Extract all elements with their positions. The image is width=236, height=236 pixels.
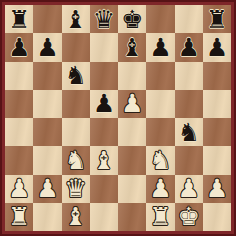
square-h5[interactable]	[203, 90, 231, 118]
square-f6[interactable]	[146, 62, 174, 90]
white-bishop: ♝	[64, 204, 86, 229]
square-d8[interactable]: ♛	[90, 5, 118, 33]
square-f2[interactable]: ♟	[146, 175, 174, 203]
square-a4[interactable]	[5, 118, 33, 146]
square-f5[interactable]	[146, 90, 174, 118]
square-d5[interactable]: ♟	[90, 90, 118, 118]
black-rook: ♜	[8, 7, 30, 32]
white-pawn: ♟	[206, 176, 228, 201]
square-e5[interactable]: ♟	[118, 90, 146, 118]
square-b6[interactable]	[33, 62, 61, 90]
white-knight: ♞	[64, 148, 86, 173]
black-pawn: ♟	[8, 35, 30, 60]
square-c4[interactable]	[62, 118, 90, 146]
square-g1[interactable]: ♚	[175, 203, 203, 231]
black-pawn: ♟	[177, 35, 199, 60]
square-d2[interactable]	[90, 175, 118, 203]
square-h2[interactable]: ♟	[203, 175, 231, 203]
square-d1[interactable]	[90, 203, 118, 231]
square-b7[interactable]: ♟	[33, 33, 61, 61]
white-knight: ♞	[149, 148, 171, 173]
square-h4[interactable]	[203, 118, 231, 146]
white-pawn: ♟	[121, 91, 143, 116]
white-pawn: ♟	[8, 176, 30, 201]
square-h3[interactable]	[203, 146, 231, 174]
square-b2[interactable]: ♟	[33, 175, 61, 203]
black-pawn: ♟	[93, 91, 115, 116]
square-e8[interactable]: ♚	[118, 5, 146, 33]
square-f1[interactable]: ♜	[146, 203, 174, 231]
square-g4[interactable]: ♞	[175, 118, 203, 146]
square-f8[interactable]	[146, 5, 174, 33]
square-d4[interactable]	[90, 118, 118, 146]
square-a3[interactable]	[5, 146, 33, 174]
black-bishop: ♝	[64, 7, 86, 32]
white-bishop: ♝	[93, 148, 115, 173]
black-rook: ♜	[206, 7, 228, 32]
square-c8[interactable]: ♝	[62, 5, 90, 33]
black-king: ♚	[121, 7, 143, 32]
square-a1[interactable]: ♜	[5, 203, 33, 231]
square-g6[interactable]	[175, 62, 203, 90]
black-pawn: ♟	[206, 35, 228, 60]
square-d3[interactable]: ♝	[90, 146, 118, 174]
square-c1[interactable]: ♝	[62, 203, 90, 231]
square-e1[interactable]	[118, 203, 146, 231]
black-knight: ♞	[177, 120, 199, 145]
square-d6[interactable]	[90, 62, 118, 90]
square-g7[interactable]: ♟	[175, 33, 203, 61]
square-g5[interactable]	[175, 90, 203, 118]
square-b1[interactable]	[33, 203, 61, 231]
white-pawn: ♟	[36, 176, 58, 201]
square-h8[interactable]: ♜	[203, 5, 231, 33]
square-e4[interactable]	[118, 118, 146, 146]
square-c7[interactable]	[62, 33, 90, 61]
square-a7[interactable]: ♟	[5, 33, 33, 61]
square-a2[interactable]: ♟	[5, 175, 33, 203]
white-rook: ♜	[8, 204, 30, 229]
square-f3[interactable]: ♞	[146, 146, 174, 174]
square-g8[interactable]	[175, 5, 203, 33]
square-h1[interactable]	[203, 203, 231, 231]
square-c3[interactable]: ♞	[62, 146, 90, 174]
square-b8[interactable]	[33, 5, 61, 33]
black-queen: ♛	[93, 7, 115, 32]
square-b5[interactable]	[33, 90, 61, 118]
square-g3[interactable]	[175, 146, 203, 174]
square-b4[interactable]	[33, 118, 61, 146]
square-c5[interactable]	[62, 90, 90, 118]
white-pawn: ♟	[149, 176, 171, 201]
black-bishop: ♝	[121, 35, 143, 60]
chess-board-frame: ♜♝♛♚♜♟♟♝♟♟♟♞♟♟♞♞♝♞♟♟♛♟♟♟♜♝♜♚	[0, 0, 236, 236]
square-c2[interactable]: ♛	[62, 175, 90, 203]
square-c6[interactable]: ♞	[62, 62, 90, 90]
white-rook: ♜	[149, 204, 171, 229]
square-f4[interactable]	[146, 118, 174, 146]
white-queen: ♛	[64, 176, 86, 201]
white-king: ♚	[177, 204, 199, 229]
black-pawn: ♟	[36, 35, 58, 60]
square-h6[interactable]	[203, 62, 231, 90]
black-knight: ♞	[64, 63, 86, 88]
square-a8[interactable]: ♜	[5, 5, 33, 33]
square-b3[interactable]	[33, 146, 61, 174]
square-e2[interactable]	[118, 175, 146, 203]
square-a6[interactable]	[5, 62, 33, 90]
square-d7[interactable]	[90, 33, 118, 61]
square-e3[interactable]	[118, 146, 146, 174]
square-f7[interactable]: ♟	[146, 33, 174, 61]
square-e6[interactable]	[118, 62, 146, 90]
square-g2[interactable]: ♟	[175, 175, 203, 203]
square-e7[interactable]: ♝	[118, 33, 146, 61]
chess-board: ♜♝♛♚♜♟♟♝♟♟♟♞♟♟♞♞♝♞♟♟♛♟♟♟♜♝♜♚	[5, 5, 231, 231]
square-a5[interactable]	[5, 90, 33, 118]
black-pawn: ♟	[149, 35, 171, 60]
white-pawn: ♟	[177, 176, 199, 201]
square-h7[interactable]: ♟	[203, 33, 231, 61]
